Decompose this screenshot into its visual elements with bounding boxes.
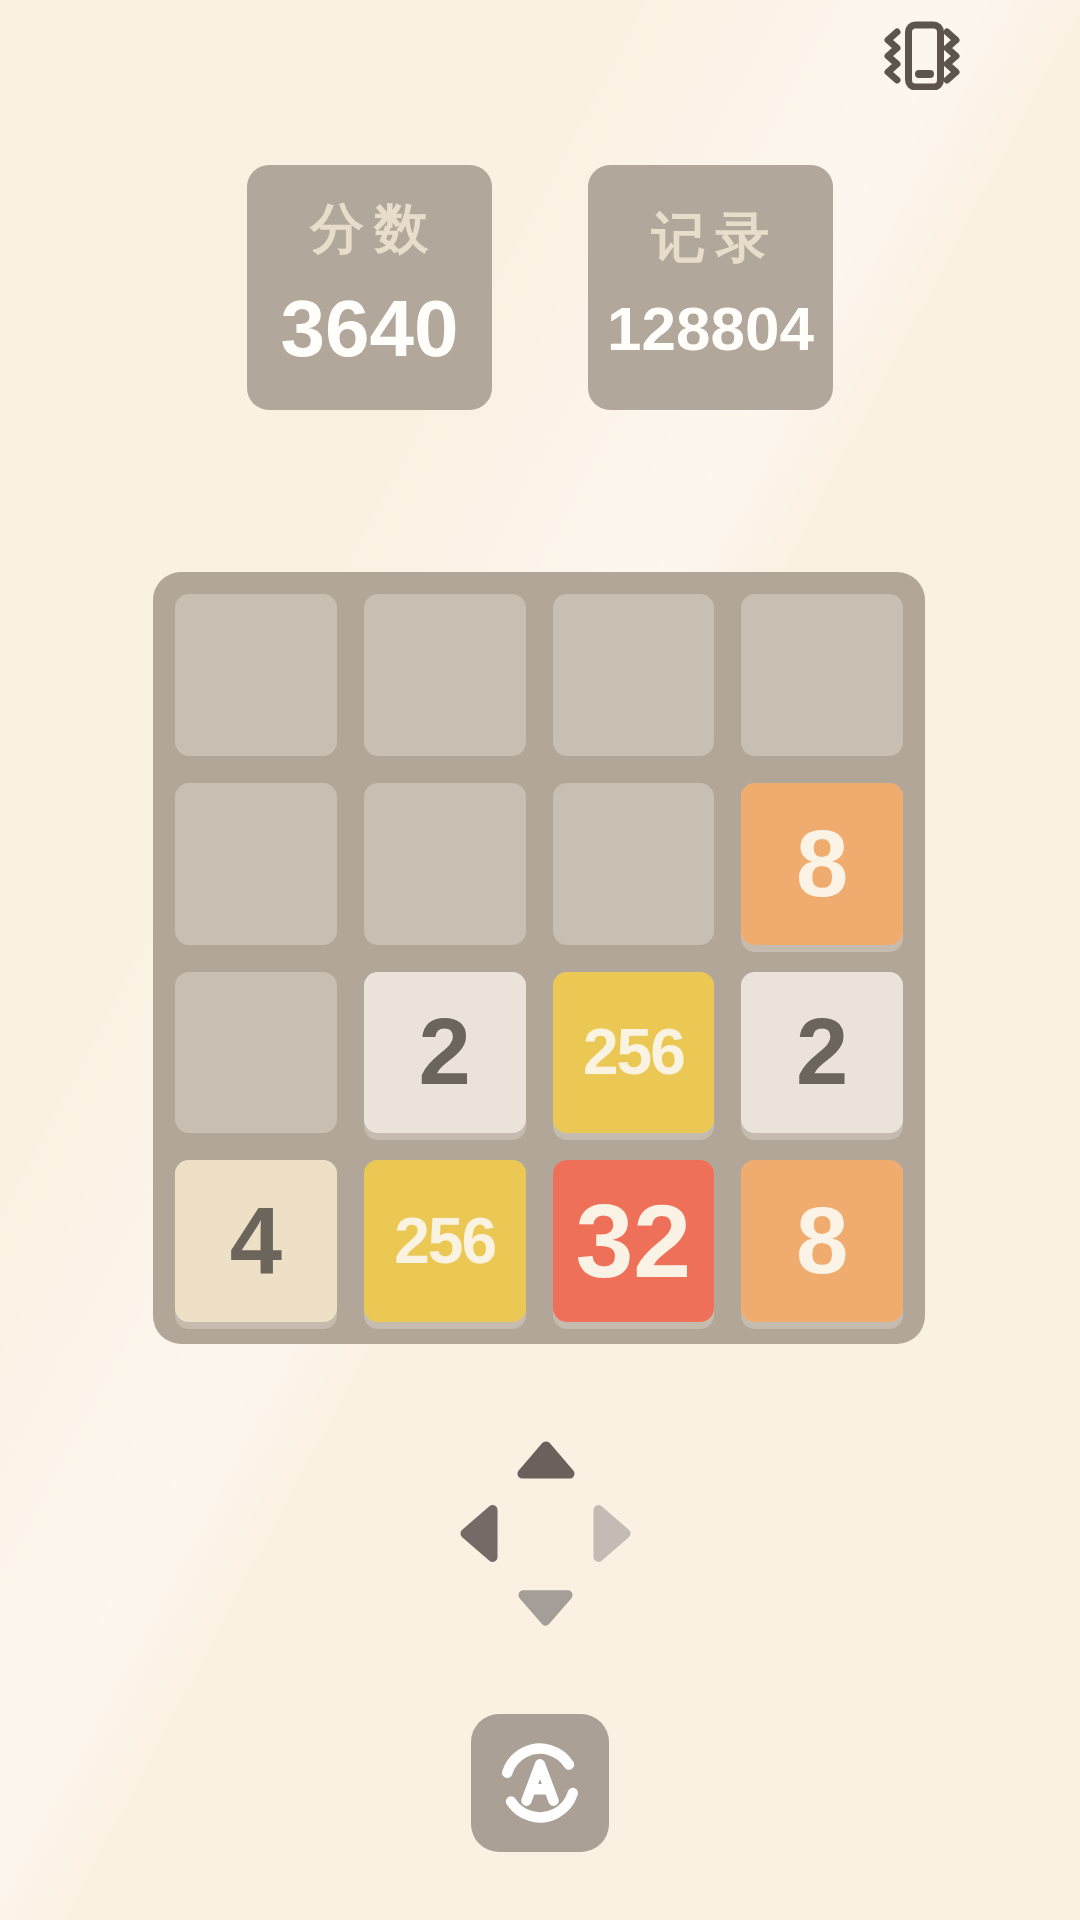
- right-arrow-icon[interactable]: [591, 1502, 633, 1565]
- direction-pad: [458, 1438, 633, 1628]
- cell-r1c4: [741, 594, 903, 756]
- cell-r1c1: [175, 594, 337, 756]
- cell-r3c1: [175, 972, 337, 1134]
- tile-8: 8: [741, 783, 903, 945]
- best-score-box: 记录 128804: [588, 165, 833, 410]
- cell-r2c4: 8: [741, 783, 903, 945]
- tile-32: 32: [553, 1160, 715, 1322]
- score-panels: 分数 3640 记录 128804: [0, 165, 1080, 410]
- left-arrow-icon[interactable]: [458, 1502, 500, 1565]
- score-label: 分数: [301, 201, 439, 255]
- tile-256: 256: [553, 972, 715, 1134]
- cell-r2c2: [364, 783, 526, 945]
- cell-r1c2: [364, 594, 526, 756]
- cell-r4c3: 32: [553, 1160, 715, 1322]
- tile-256: 256: [364, 1160, 526, 1322]
- cell-r1c3: [553, 594, 715, 756]
- up-arrow-icon[interactable]: [515, 1438, 577, 1482]
- cell-r2c3: [553, 783, 715, 945]
- down-arrow-icon[interactable]: [515, 1588, 576, 1628]
- cell-r4c4: 8: [741, 1160, 903, 1322]
- cell-r3c3: 256: [553, 972, 715, 1134]
- game-screen: 分数 3640 记录 128804 8225624256328: [0, 0, 1080, 1920]
- cell-r3c4: 2: [741, 972, 903, 1134]
- score-box: 分数 3640: [247, 165, 492, 410]
- tile-2: 2: [741, 972, 903, 1134]
- score-value: 3640: [281, 289, 459, 369]
- auto-play-a-icon: [488, 1731, 592, 1835]
- best-score-label: 记录: [642, 210, 780, 264]
- best-score-value: 128804: [607, 298, 814, 360]
- cell-r4c2: 256: [364, 1160, 526, 1322]
- cell-r3c2: 2: [364, 972, 526, 1134]
- cell-r2c1: [175, 783, 337, 945]
- tile-4: 4: [175, 1160, 337, 1322]
- tile-2: 2: [364, 972, 526, 1134]
- board-grid[interactable]: 8225624256328: [153, 572, 925, 1344]
- phone-vibrate-icon[interactable]: [880, 12, 964, 90]
- auto-play-button[interactable]: [471, 1714, 609, 1852]
- cell-r4c1: 4: [175, 1160, 337, 1322]
- tile-8: 8: [741, 1160, 903, 1322]
